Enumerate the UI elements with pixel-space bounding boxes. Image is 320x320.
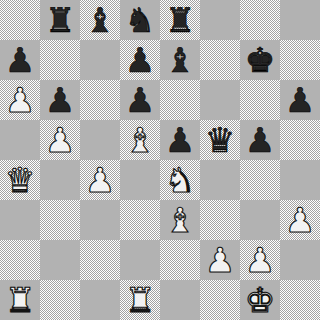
square-c3[interactable] [80, 200, 120, 240]
square-c6[interactable] [80, 80, 120, 120]
square-b1[interactable] [40, 280, 80, 320]
piece-black-queen: ♛ [200, 120, 240, 160]
square-f8[interactable] [200, 0, 240, 40]
piece-white-knight: ♞ [160, 160, 200, 200]
chess-board: ♜♝♞♜♟♟♝♚♟♟♟♟♟♝♟♛♟♛♟♞♝♟♟♟♜♜♚ [0, 0, 320, 320]
square-f3[interactable] [200, 200, 240, 240]
square-h8[interactable] [280, 0, 320, 40]
piece-white-pawn: ♟ [280, 200, 320, 240]
piece-white-pawn: ♟ [40, 120, 80, 160]
square-e1[interactable] [160, 280, 200, 320]
square-a7[interactable]: ♟ [0, 40, 40, 80]
square-d2[interactable] [120, 240, 160, 280]
square-g1[interactable]: ♚ [240, 280, 280, 320]
piece-black-pawn: ♟ [160, 120, 200, 160]
piece-white-rook: ♜ [0, 280, 40, 320]
piece-black-knight: ♞ [120, 0, 160, 40]
square-h6[interactable]: ♟ [280, 80, 320, 120]
square-b4[interactable] [40, 160, 80, 200]
square-d4[interactable] [120, 160, 160, 200]
square-e2[interactable] [160, 240, 200, 280]
square-h2[interactable] [280, 240, 320, 280]
square-a2[interactable] [0, 240, 40, 280]
square-g5[interactable]: ♟ [240, 120, 280, 160]
piece-black-pawn: ♟ [40, 80, 80, 120]
square-e3[interactable]: ♝ [160, 200, 200, 240]
piece-black-pawn: ♟ [280, 80, 320, 120]
piece-white-bishop: ♝ [120, 120, 160, 160]
square-d1[interactable]: ♜ [120, 280, 160, 320]
piece-white-pawn: ♟ [200, 240, 240, 280]
square-h7[interactable] [280, 40, 320, 80]
square-h5[interactable] [280, 120, 320, 160]
square-d5[interactable]: ♝ [120, 120, 160, 160]
square-e7[interactable]: ♝ [160, 40, 200, 80]
piece-white-queen: ♛ [0, 160, 40, 200]
piece-white-rook: ♜ [120, 280, 160, 320]
square-d7[interactable]: ♟ [120, 40, 160, 80]
square-c5[interactable] [80, 120, 120, 160]
square-c1[interactable] [80, 280, 120, 320]
square-b6[interactable]: ♟ [40, 80, 80, 120]
square-d8[interactable]: ♞ [120, 0, 160, 40]
square-b2[interactable] [40, 240, 80, 280]
square-b7[interactable] [40, 40, 80, 80]
piece-black-bishop: ♝ [80, 0, 120, 40]
square-b3[interactable] [40, 200, 80, 240]
piece-black-king: ♚ [240, 40, 280, 80]
square-f6[interactable] [200, 80, 240, 120]
piece-white-bishop: ♝ [160, 200, 200, 240]
square-h1[interactable] [280, 280, 320, 320]
piece-white-king: ♚ [240, 280, 280, 320]
piece-black-pawn: ♟ [120, 80, 160, 120]
square-c8[interactable]: ♝ [80, 0, 120, 40]
piece-white-pawn: ♟ [0, 80, 40, 120]
square-c4[interactable]: ♟ [80, 160, 120, 200]
square-d3[interactable] [120, 200, 160, 240]
piece-black-pawn: ♟ [120, 40, 160, 80]
square-b8[interactable]: ♜ [40, 0, 80, 40]
square-f2[interactable]: ♟ [200, 240, 240, 280]
square-g8[interactable] [240, 0, 280, 40]
square-g2[interactable]: ♟ [240, 240, 280, 280]
square-c2[interactable] [80, 240, 120, 280]
piece-white-pawn: ♟ [80, 160, 120, 200]
piece-black-pawn: ♟ [240, 120, 280, 160]
square-g4[interactable] [240, 160, 280, 200]
piece-white-pawn: ♟ [240, 240, 280, 280]
piece-black-pawn: ♟ [0, 40, 40, 80]
square-g7[interactable]: ♚ [240, 40, 280, 80]
square-a4[interactable]: ♛ [0, 160, 40, 200]
square-f4[interactable] [200, 160, 240, 200]
square-a6[interactable]: ♟ [0, 80, 40, 120]
square-e4[interactable]: ♞ [160, 160, 200, 200]
square-f5[interactable]: ♛ [200, 120, 240, 160]
square-b5[interactable]: ♟ [40, 120, 80, 160]
square-a3[interactable] [0, 200, 40, 240]
square-g6[interactable] [240, 80, 280, 120]
square-h4[interactable] [280, 160, 320, 200]
square-e5[interactable]: ♟ [160, 120, 200, 160]
piece-black-bishop: ♝ [160, 40, 200, 80]
square-f7[interactable] [200, 40, 240, 80]
square-a1[interactable]: ♜ [0, 280, 40, 320]
square-a5[interactable] [0, 120, 40, 160]
square-a8[interactable] [0, 0, 40, 40]
square-e8[interactable]: ♜ [160, 0, 200, 40]
square-d6[interactable]: ♟ [120, 80, 160, 120]
square-g3[interactable] [240, 200, 280, 240]
square-e6[interactable] [160, 80, 200, 120]
square-c7[interactable] [80, 40, 120, 80]
square-h3[interactable]: ♟ [280, 200, 320, 240]
piece-black-rook: ♜ [40, 0, 80, 40]
square-f1[interactable] [200, 280, 240, 320]
piece-black-rook: ♜ [160, 0, 200, 40]
